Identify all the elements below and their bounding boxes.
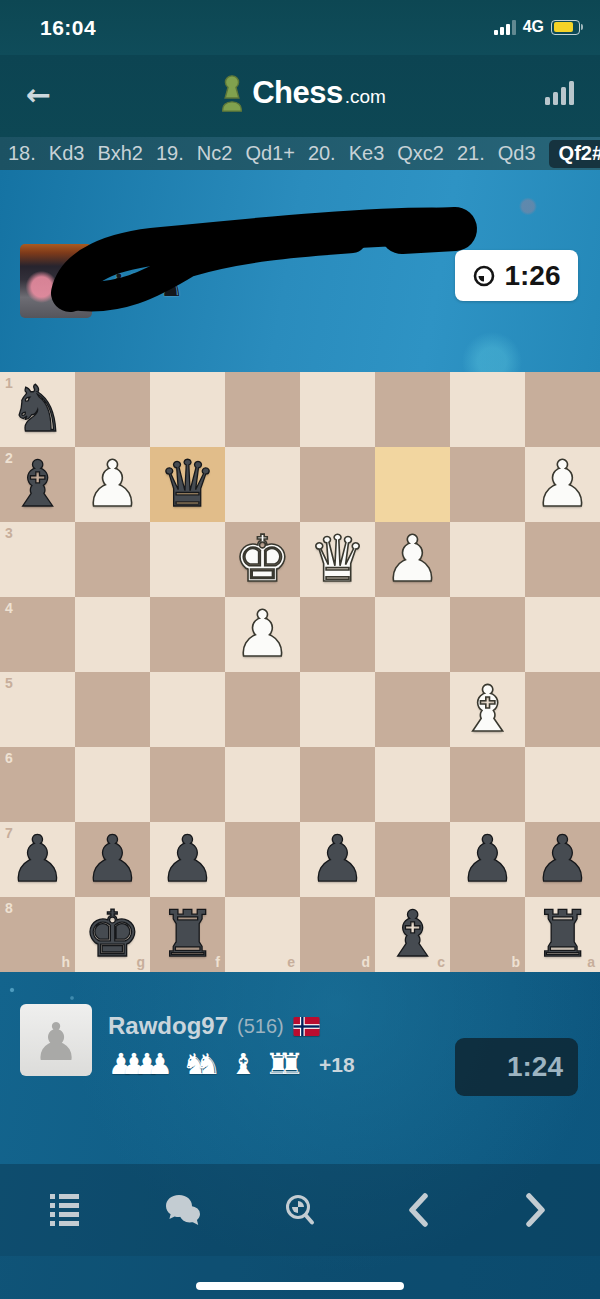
rank-label-2: 2 <box>5 451 13 465</box>
square-g6[interactable] <box>75 747 150 822</box>
piece-black-pawn[interactable]: ♟ <box>159 822 216 897</box>
square-f6[interactable] <box>150 747 225 822</box>
square-c6[interactable] <box>375 747 450 822</box>
piece-black-pawn[interactable]: ♟ <box>309 822 366 897</box>
square-f3[interactable] <box>150 522 225 597</box>
piece-black-pawn[interactable]: ♟ <box>459 822 516 897</box>
square-b4[interactable] <box>450 597 525 672</box>
square-g3[interactable] <box>75 522 150 597</box>
square-a2[interactable]: ♟ <box>525 447 600 522</box>
captured-black-knight: ♞ <box>157 270 185 301</box>
square-a6[interactable] <box>525 747 600 822</box>
piece-black-pawn[interactable]: ♟ <box>534 822 591 897</box>
connection-strength-icon[interactable] <box>545 81 575 105</box>
status-bar: 16:04 4G <box>0 0 600 55</box>
square-a5[interactable] <box>525 672 600 747</box>
piece-black-queen[interactable]: ♛ <box>159 447 216 522</box>
chat-icon <box>163 1193 201 1227</box>
piece-black-knight[interactable]: ♞ <box>9 372 66 447</box>
square-h2[interactable]: 2♝ <box>0 447 75 522</box>
square-e2[interactable] <box>225 447 300 522</box>
square-f7[interactable]: ♟ <box>150 822 225 897</box>
square-h6[interactable]: 6 <box>0 747 75 822</box>
square-g2[interactable]: ♟ <box>75 447 150 522</box>
square-b3[interactable] <box>450 522 525 597</box>
move-token[interactable]: Qd1+ <box>245 142 294 165</box>
square-a1[interactable] <box>525 372 600 447</box>
opponent-flag-fragment <box>341 228 371 243</box>
square-f2[interactable]: ♛ <box>150 447 225 522</box>
piece-black-rook[interactable]: ♜ <box>159 897 216 972</box>
status-indicators: 4G <box>494 18 580 36</box>
piece-black-rook[interactable]: ♜ <box>534 897 591 972</box>
piece-black-pawn[interactable]: ♟ <box>84 822 141 897</box>
material-advantage: +18 <box>319 1053 355 1077</box>
file-label-f: f <box>215 955 220 969</box>
move-token[interactable]: Ke3 <box>349 142 385 165</box>
square-c4[interactable] <box>375 597 450 672</box>
norway-flag-icon <box>293 1017 320 1036</box>
piece-black-pawn[interactable]: ♟ <box>9 822 66 897</box>
player-avatar[interactable]: ♟ <box>20 1004 92 1076</box>
move-token[interactable]: Kd3 <box>49 142 85 165</box>
move-token[interactable]: 18. <box>8 142 36 165</box>
clock-icon <box>472 264 496 288</box>
file-label-e: e <box>287 955 295 969</box>
piece-white-bishop[interactable]: ♝ <box>459 672 516 747</box>
square-d8[interactable]: d <box>300 897 375 972</box>
square-f1[interactable] <box>150 372 225 447</box>
player-clock: 1:24 <box>455 1038 578 1096</box>
square-c2[interactable] <box>375 447 450 522</box>
piece-white-queen[interactable]: ♛ <box>309 522 366 597</box>
rank-label-3: 3 <box>5 526 13 540</box>
square-c3[interactable]: ♟ <box>375 522 450 597</box>
square-e3[interactable]: ♚ <box>225 522 300 597</box>
square-e7[interactable] <box>225 822 300 897</box>
moves-list-button[interactable] <box>42 1190 86 1230</box>
player-captured: ♟♟♟♟♞♞♝♜♜+18 <box>108 1050 355 1079</box>
square-h5[interactable]: 5 <box>0 672 75 747</box>
move-list: 18.Kd3Bxh219.Nc2Qd1+20.Ke3Qxc221.Qd3 <box>8 142 549 165</box>
opponent-captured: ♟♟♞ <box>105 270 184 301</box>
move-token[interactable]: Qxc2 <box>397 142 444 165</box>
square-g4[interactable] <box>75 597 150 672</box>
square-b2[interactable] <box>450 447 525 522</box>
move-token[interactable]: Qd3 <box>498 142 536 165</box>
square-c7[interactable] <box>375 822 450 897</box>
captured-white-knight: ♞ <box>195 1050 221 1079</box>
square-d5[interactable] <box>300 672 375 747</box>
square-b6[interactable] <box>450 747 525 822</box>
move-token[interactable]: 21. <box>457 142 485 165</box>
app-header: ← Chess .com <box>0 55 600 137</box>
chevron-left-icon <box>407 1193 429 1227</box>
move-token[interactable]: 20. <box>308 142 336 165</box>
square-g5[interactable] <box>75 672 150 747</box>
chevron-right-icon <box>525 1193 547 1227</box>
logo-word: Chess <box>252 75 343 111</box>
square-c5[interactable] <box>375 672 450 747</box>
square-h4[interactable]: 4 <box>0 597 75 672</box>
piece-black-bishop[interactable]: ♝ <box>384 897 441 972</box>
captured-white-rook: ♜ <box>278 1050 304 1079</box>
logo-suffix: .com <box>345 86 386 108</box>
square-h1[interactable]: 1♞ <box>0 372 75 447</box>
move-token[interactable]: Bxh2 <box>97 142 143 165</box>
square-e1[interactable] <box>225 372 300 447</box>
square-a3[interactable] <box>525 522 600 597</box>
green-pawn-logo-icon <box>214 73 250 113</box>
file-label-g: g <box>136 955 145 969</box>
next-move-button[interactable] <box>514 1190 558 1230</box>
square-d3[interactable]: ♛ <box>300 522 375 597</box>
piece-white-pawn[interactable]: ♟ <box>534 447 591 522</box>
player-clock-time: 1:24 <box>507 1051 563 1083</box>
player-name-row: Rawdog97 (516) <box>108 1012 320 1040</box>
square-e5[interactable] <box>225 672 300 747</box>
previous-move-button[interactable] <box>396 1190 440 1230</box>
home-indicator[interactable] <box>196 1282 404 1290</box>
analysis-magnifier-icon <box>282 1192 318 1228</box>
piece-white-pawn[interactable]: ♟ <box>234 597 291 672</box>
file-label-d: d <box>361 955 370 969</box>
opponent-panel: ♟♟♞ 1:26 <box>0 170 600 372</box>
square-d1[interactable] <box>300 372 375 447</box>
piece-white-pawn[interactable]: ♟ <box>384 522 441 597</box>
analysis-button[interactable] <box>278 1190 322 1230</box>
captured-white-pawn: ♟ <box>147 1050 173 1079</box>
network-type-label: 4G <box>523 18 544 36</box>
square-a8[interactable]: a♜ <box>525 897 600 972</box>
square-b1[interactable] <box>450 372 525 447</box>
square-f5[interactable] <box>150 672 225 747</box>
square-g1[interactable] <box>75 372 150 447</box>
piece-black-king[interactable]: ♚ <box>84 897 141 972</box>
default-pawn-avatar-icon: ♟ <box>33 1016 80 1068</box>
file-label-c: c <box>437 955 445 969</box>
square-c1[interactable] <box>375 372 450 447</box>
square-g8[interactable]: g♚ <box>75 897 150 972</box>
opponent-clock: 1:26 <box>455 250 578 301</box>
square-h8[interactable]: 8h <box>0 897 75 972</box>
file-label-h: h <box>61 955 70 969</box>
status-time: 16:04 <box>40 16 96 40</box>
rank-label-6: 6 <box>5 751 13 765</box>
square-d7[interactable]: ♟ <box>300 822 375 897</box>
square-e4[interactable]: ♟ <box>225 597 300 672</box>
square-d2[interactable] <box>300 447 375 522</box>
rank-label-1: 1 <box>5 376 13 390</box>
square-c8[interactable]: c♝ <box>375 897 450 972</box>
square-a7[interactable]: ♟ <box>525 822 600 897</box>
square-d4[interactable] <box>300 597 375 672</box>
square-e8[interactable]: e <box>225 897 300 972</box>
square-b8[interactable]: b <box>450 897 525 972</box>
piece-black-bishop[interactable]: ♝ <box>9 447 66 522</box>
rank-label-4: 4 <box>5 601 13 615</box>
rank-label-5: 5 <box>5 676 13 690</box>
chess-board[interactable]: 1♞2♝♟♛♟3♚♛♟4♟5♝67♟♟♟♟♟♟8hg♚f♜edc♝ba♜ <box>0 372 600 972</box>
current-move-chip[interactable]: Qf2# <box>549 140 600 168</box>
move-token[interactable]: 19. <box>156 142 184 165</box>
cellular-signal-icon <box>494 20 516 35</box>
square-b7[interactable]: ♟ <box>450 822 525 897</box>
rank-label-8: 8 <box>5 901 13 915</box>
rank-label-7: 7 <box>5 826 13 840</box>
move-token[interactable]: Nc2 <box>197 142 233 165</box>
move-list-bar[interactable]: 18.Kd3Bxh219.Nc2Qd1+20.Ke3Qxc221.Qd3 Qf2… <box>0 137 600 170</box>
piece-white-king[interactable]: ♚ <box>234 522 291 597</box>
square-h3[interactable]: 3 <box>0 522 75 597</box>
square-d6[interactable] <box>300 747 375 822</box>
captured-white-bishop: ♝ <box>230 1050 256 1079</box>
player-name: Rawdog97 <box>108 1012 228 1040</box>
moves-list-icon <box>50 1194 79 1226</box>
chat-button[interactable] <box>160 1190 204 1230</box>
square-b5[interactable]: ♝ <box>450 672 525 747</box>
file-label-a: a <box>587 955 595 969</box>
square-f8[interactable]: f♜ <box>150 897 225 972</box>
bottom-toolbar <box>0 1164 600 1256</box>
file-label-b: b <box>511 955 520 969</box>
opponent-clock-time: 1:26 <box>504 260 560 292</box>
square-h7[interactable]: 7♟ <box>0 822 75 897</box>
square-f4[interactable] <box>150 597 225 672</box>
chesscom-logo: Chess .com <box>0 73 600 113</box>
opponent-avatar[interactable] <box>20 244 92 318</box>
player-rating: (516) <box>237 1015 284 1038</box>
piece-white-pawn[interactable]: ♟ <box>84 447 141 522</box>
square-a4[interactable] <box>525 597 600 672</box>
square-g7[interactable]: ♟ <box>75 822 150 897</box>
square-e6[interactable] <box>225 747 300 822</box>
battery-icon <box>551 20 580 35</box>
captured-black-pawn: ♟ <box>120 270 148 301</box>
chess-app-screen: 16:04 4G ← Chess .com 18.Kd3Bxh219.Nc2Qd… <box>0 0 600 1299</box>
